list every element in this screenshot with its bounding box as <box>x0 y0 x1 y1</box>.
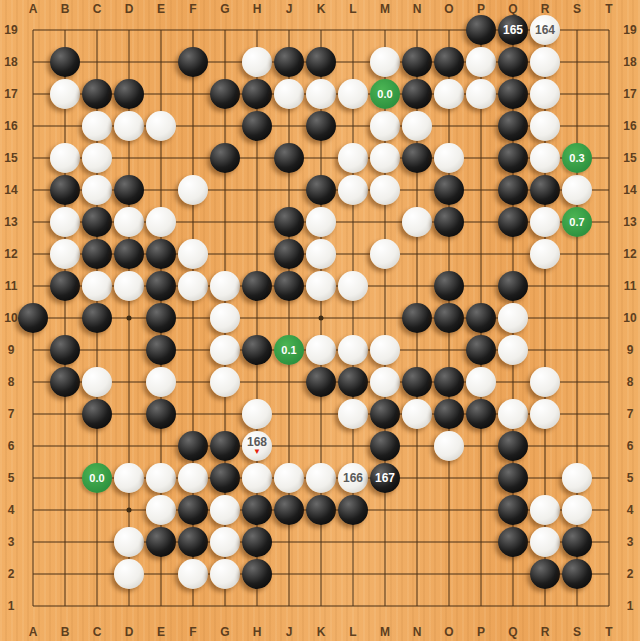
black-stone-S2[interactable] <box>562 559 592 589</box>
white-stone-J5[interactable] <box>274 463 304 493</box>
black-stone-F18[interactable] <box>178 47 208 77</box>
black-stone-E9[interactable] <box>146 335 176 365</box>
white-stone-L5[interactable]: 166 <box>338 463 368 493</box>
white-stone-B13[interactable] <box>50 207 80 237</box>
white-stone-M8[interactable] <box>370 367 400 397</box>
black-stone-J18[interactable] <box>274 47 304 77</box>
black-stone-Q19[interactable]: 165 <box>498 15 528 45</box>
black-stone-K14[interactable] <box>306 175 336 205</box>
white-stone-R15[interactable] <box>530 143 560 173</box>
white-stone-D5[interactable] <box>114 463 144 493</box>
white-stone-E16[interactable] <box>146 111 176 141</box>
white-stone-K13[interactable] <box>306 207 336 237</box>
white-stone-G4[interactable] <box>210 495 240 525</box>
black-stone-A10[interactable] <box>18 303 48 333</box>
black-stone-E10[interactable] <box>146 303 176 333</box>
black-stone-J11[interactable] <box>274 271 304 301</box>
black-stone-Q5[interactable] <box>498 463 528 493</box>
black-stone-B14[interactable] <box>50 175 80 205</box>
white-stone-R19[interactable]: 164 <box>530 15 560 45</box>
black-stone-Q14[interactable] <box>498 175 528 205</box>
ai-suggestion-marker-C5[interactable]: 0.0 <box>82 463 112 493</box>
black-stone-O13[interactable] <box>434 207 464 237</box>
white-stone-G8[interactable] <box>210 367 240 397</box>
white-stone-R12[interactable] <box>530 239 560 269</box>
black-stone-O8[interactable] <box>434 367 464 397</box>
white-stone-S4[interactable] <box>562 495 592 525</box>
white-stone-C8[interactable] <box>82 367 112 397</box>
white-stone-G3[interactable] <box>210 527 240 557</box>
white-stone-E5[interactable] <box>146 463 176 493</box>
black-stone-H2[interactable] <box>242 559 272 589</box>
white-stone-G10[interactable] <box>210 303 240 333</box>
white-stone-D16[interactable] <box>114 111 144 141</box>
white-stone-F12[interactable] <box>178 239 208 269</box>
white-stone-R16[interactable] <box>530 111 560 141</box>
black-stone-Q17[interactable] <box>498 79 528 109</box>
black-stone-K16[interactable] <box>306 111 336 141</box>
go-board[interactable]: AABBCCDDEEFFGGHHJJKKLLMMNNOOPPQQRRSSTT19… <box>0 0 640 641</box>
black-stone-Q18[interactable] <box>498 47 528 77</box>
white-stone-K11[interactable] <box>306 271 336 301</box>
black-stone-G5[interactable] <box>210 463 240 493</box>
white-stone-R13[interactable] <box>530 207 560 237</box>
black-stone-Q4[interactable] <box>498 495 528 525</box>
white-stone-M12[interactable] <box>370 239 400 269</box>
black-stone-M7[interactable] <box>370 399 400 429</box>
black-stone-O11[interactable] <box>434 271 464 301</box>
white-stone-M9[interactable] <box>370 335 400 365</box>
white-stone-K17[interactable] <box>306 79 336 109</box>
black-stone-K8[interactable] <box>306 367 336 397</box>
white-stone-H7[interactable] <box>242 399 272 429</box>
white-stone-R7[interactable] <box>530 399 560 429</box>
ai-suggestion-marker-S13[interactable]: 0.7 <box>562 207 592 237</box>
black-stone-J13[interactable] <box>274 207 304 237</box>
white-stone-C16[interactable] <box>82 111 112 141</box>
white-stone-G9[interactable] <box>210 335 240 365</box>
black-stone-E7[interactable] <box>146 399 176 429</box>
ai-suggestion-value: 0.0 <box>377 89 392 100</box>
white-stone-R4[interactable] <box>530 495 560 525</box>
white-stone-O6[interactable] <box>434 431 464 461</box>
black-stone-N15[interactable] <box>402 143 432 173</box>
white-stone-K5[interactable] <box>306 463 336 493</box>
white-stone-B15[interactable] <box>50 143 80 173</box>
black-stone-P9[interactable] <box>466 335 496 365</box>
black-stone-L4[interactable] <box>338 495 368 525</box>
black-stone-E3[interactable] <box>146 527 176 557</box>
white-stone-C15[interactable] <box>82 143 112 173</box>
black-stone-K18[interactable] <box>306 47 336 77</box>
white-stone-R17[interactable] <box>530 79 560 109</box>
move-number-label: 165 <box>503 24 523 36</box>
black-stone-F4[interactable] <box>178 495 208 525</box>
white-stone-N13[interactable] <box>402 207 432 237</box>
white-stone-P17[interactable] <box>466 79 496 109</box>
black-stone-O7[interactable] <box>434 399 464 429</box>
black-stone-F3[interactable] <box>178 527 208 557</box>
ai-suggestion-value: 0.0 <box>89 473 104 484</box>
move-number-label: 166 <box>343 472 363 484</box>
white-stone-R8[interactable] <box>530 367 560 397</box>
black-stone-H3[interactable] <box>242 527 272 557</box>
white-stone-E13[interactable] <box>146 207 176 237</box>
white-stone-M15[interactable] <box>370 143 400 173</box>
white-stone-H18[interactable] <box>242 47 272 77</box>
black-stone-G6[interactable] <box>210 431 240 461</box>
black-stone-E11[interactable] <box>146 271 176 301</box>
ai-suggestion-marker-M17[interactable]: 0.0 <box>370 79 400 109</box>
ai-suggestion-marker-J9[interactable]: 0.1 <box>274 335 304 365</box>
black-stone-O10[interactable] <box>434 303 464 333</box>
black-stone-M5[interactable]: 167 <box>370 463 400 493</box>
white-stone-Q7[interactable] <box>498 399 528 429</box>
black-stone-N17[interactable] <box>402 79 432 109</box>
black-stone-J15[interactable] <box>274 143 304 173</box>
star-point-D10 <box>127 316 132 321</box>
black-stone-D14[interactable] <box>114 175 144 205</box>
black-stone-C7[interactable] <box>82 399 112 429</box>
white-stone-Q9[interactable] <box>498 335 528 365</box>
black-stone-B18[interactable] <box>50 47 80 77</box>
black-stone-H16[interactable] <box>242 111 272 141</box>
black-stone-N8[interactable] <box>402 367 432 397</box>
black-stone-Q15[interactable] <box>498 143 528 173</box>
black-stone-H11[interactable] <box>242 271 272 301</box>
black-stone-H17[interactable] <box>242 79 272 109</box>
white-stone-D11[interactable] <box>114 271 144 301</box>
black-stone-Q16[interactable] <box>498 111 528 141</box>
black-stone-N18[interactable] <box>402 47 432 77</box>
black-stone-B9[interactable] <box>50 335 80 365</box>
white-stone-E4[interactable] <box>146 495 176 525</box>
white-stone-H6[interactable]: 168▼ <box>242 431 272 461</box>
white-stone-N7[interactable] <box>402 399 432 429</box>
black-stone-H4[interactable] <box>242 495 272 525</box>
white-stone-P8[interactable] <box>466 367 496 397</box>
star-point-D4 <box>127 508 132 513</box>
white-stone-F2[interactable] <box>178 559 208 589</box>
ai-suggestion-value: 0.7 <box>569 217 584 228</box>
black-stone-P19[interactable] <box>466 15 496 45</box>
white-stone-R3[interactable] <box>530 527 560 557</box>
black-stone-J4[interactable] <box>274 495 304 525</box>
white-stone-P18[interactable] <box>466 47 496 77</box>
white-stone-K12[interactable] <box>306 239 336 269</box>
move-number-label: 167 <box>375 472 395 484</box>
white-stone-G11[interactable] <box>210 271 240 301</box>
black-stone-J12[interactable] <box>274 239 304 269</box>
white-stone-F11[interactable] <box>178 271 208 301</box>
black-stone-H9[interactable] <box>242 335 272 365</box>
black-stone-L8[interactable] <box>338 367 368 397</box>
ai-suggestion-marker-S15[interactable]: 0.3 <box>562 143 592 173</box>
white-stone-L15[interactable] <box>338 143 368 173</box>
white-stone-Q10[interactable] <box>498 303 528 333</box>
white-stone-S5[interactable] <box>562 463 592 493</box>
ai-suggestion-value: 0.1 <box>281 345 296 356</box>
ai-suggestion-value: 0.3 <box>569 153 584 164</box>
black-stone-N10[interactable] <box>402 303 432 333</box>
black-stone-B11[interactable] <box>50 271 80 301</box>
black-stone-Q13[interactable] <box>498 207 528 237</box>
black-stone-P10[interactable] <box>466 303 496 333</box>
white-stone-L14[interactable] <box>338 175 368 205</box>
black-stone-R2[interactable] <box>530 559 560 589</box>
black-stone-S3[interactable] <box>562 527 592 557</box>
white-stone-K9[interactable] <box>306 335 336 365</box>
black-stone-O14[interactable] <box>434 175 464 205</box>
white-stone-O15[interactable] <box>434 143 464 173</box>
black-stone-M6[interactable] <box>370 431 400 461</box>
star-point-K10 <box>319 316 324 321</box>
black-stone-C12[interactable] <box>82 239 112 269</box>
black-stone-E12[interactable] <box>146 239 176 269</box>
black-stone-P7[interactable] <box>466 399 496 429</box>
black-stone-D12[interactable] <box>114 239 144 269</box>
black-stone-C13[interactable] <box>82 207 112 237</box>
black-stone-Q6[interactable] <box>498 431 528 461</box>
white-stone-F14[interactable] <box>178 175 208 205</box>
black-stone-O18[interactable] <box>434 47 464 77</box>
last-move-marker-icon: ▼ <box>253 448 261 456</box>
white-stone-D2[interactable] <box>114 559 144 589</box>
white-stone-M14[interactable] <box>370 175 400 205</box>
black-stone-F6[interactable] <box>178 431 208 461</box>
white-stone-M18[interactable] <box>370 47 400 77</box>
white-stone-M16[interactable] <box>370 111 400 141</box>
black-stone-D17[interactable] <box>114 79 144 109</box>
white-stone-O17[interactable] <box>434 79 464 109</box>
white-stone-C14[interactable] <box>82 175 112 205</box>
black-stone-B8[interactable] <box>50 367 80 397</box>
black-stone-G17[interactable] <box>210 79 240 109</box>
move-number-label: 164 <box>535 24 555 36</box>
black-stone-G15[interactable] <box>210 143 240 173</box>
white-stone-L7[interactable] <box>338 399 368 429</box>
black-stone-Q3[interactable] <box>498 527 528 557</box>
white-stone-D3[interactable] <box>114 527 144 557</box>
black-stone-R14[interactable] <box>530 175 560 205</box>
black-stone-C17[interactable] <box>82 79 112 109</box>
white-stone-G2[interactable] <box>210 559 240 589</box>
white-stone-R18[interactable] <box>530 47 560 77</box>
white-stone-N16[interactable] <box>402 111 432 141</box>
white-stone-L11[interactable] <box>338 271 368 301</box>
black-stone-Q11[interactable] <box>498 271 528 301</box>
white-stone-B12[interactable] <box>50 239 80 269</box>
black-stone-K4[interactable] <box>306 495 336 525</box>
black-stone-C10[interactable] <box>82 303 112 333</box>
white-stone-L9[interactable] <box>338 335 368 365</box>
white-stone-S14[interactable] <box>562 175 592 205</box>
white-stone-F5[interactable] <box>178 463 208 493</box>
white-stone-L17[interactable] <box>338 79 368 109</box>
white-stone-C11[interactable] <box>82 271 112 301</box>
white-stone-B17[interactable] <box>50 79 80 109</box>
white-stone-J17[interactable] <box>274 79 304 109</box>
white-stone-H5[interactable] <box>242 463 272 493</box>
white-stone-D13[interactable] <box>114 207 144 237</box>
white-stone-E8[interactable] <box>146 367 176 397</box>
